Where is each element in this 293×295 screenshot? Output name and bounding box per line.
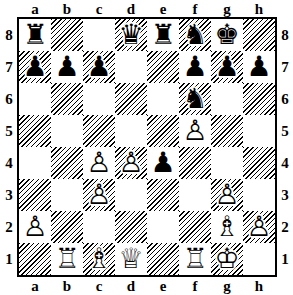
file-label-e: e [147,278,179,295]
file-label-b: b [51,1,83,18]
black-queen-d8[interactable]: ♛ [115,19,147,51]
square-h7[interactable]: ♟ [243,51,275,83]
square-b5[interactable] [51,115,83,147]
piece-white-outline: ♙ [118,147,143,179]
square-f8[interactable]: ♞ [179,19,211,51]
rank-label-1: 1 [1,243,17,275]
square-d3[interactable] [115,179,147,211]
file-label-f: f [179,278,211,295]
file-labels-bottom: abcdefgh [19,278,275,294]
rank-label-3: 3 [277,179,293,211]
square-d6[interactable] [115,83,147,115]
rank-label-2: 2 [1,211,17,243]
file-labels-top: abcdefgh [19,1,275,17]
white-pawn-c3[interactable]: ♟♙ [83,179,115,211]
square-h8[interactable] [243,19,275,51]
white-king-g1[interactable]: ♚♔ [211,243,243,275]
square-b1[interactable]: ♜♖ [51,243,83,275]
file-label-d: d [115,278,147,295]
square-d8[interactable]: ♛ [115,19,147,51]
square-f4[interactable] [179,147,211,179]
rank-labels-left: 87654321 [1,19,17,275]
rank-labels-right: 87654321 [277,19,293,275]
square-e7[interactable] [147,51,179,83]
white-pawn-f5[interactable]: ♟♙ [179,115,211,147]
rank-label-6: 6 [277,83,293,115]
file-label-c: c [83,278,115,295]
square-a2[interactable]: ♟♙ [19,211,51,243]
piece-white-outline: ♙ [86,147,111,179]
square-c8[interactable] [83,19,115,51]
white-bishop-g2[interactable]: ♝♗ [211,211,243,243]
file-label-h: h [243,1,275,18]
square-h3[interactable] [243,179,275,211]
square-d2[interactable] [115,211,147,243]
square-c4[interactable]: ♟♙ [83,147,115,179]
square-d7[interactable] [115,51,147,83]
square-g4[interactable] [211,147,243,179]
square-c5[interactable] [83,115,115,147]
square-g6[interactable] [211,83,243,115]
rank-label-2: 2 [277,211,293,243]
rank-label-3: 3 [1,179,17,211]
square-d1[interactable]: ♛♕ [115,243,147,275]
black-pawn-f7[interactable]: ♟ [179,51,211,83]
square-b6[interactable] [51,83,83,115]
black-rook-a8[interactable]: ♜ [19,19,51,51]
square-g1[interactable]: ♚♔ [211,243,243,275]
square-e6[interactable] [147,83,179,115]
black-king-g8[interactable]: ♚ [211,19,243,51]
piece-white-outline: ♙ [22,211,47,243]
file-label-d: d [115,1,147,18]
rank-label-7: 7 [1,51,17,83]
black-knight-f8[interactable]: ♞ [179,19,211,51]
square-c7[interactable]: ♟ [83,51,115,83]
square-c6[interactable] [83,83,115,115]
square-a4[interactable] [19,147,51,179]
black-pawn-e4[interactable]: ♟ [147,147,179,179]
black-pawn-a7[interactable]: ♟ [19,51,51,83]
black-pawn-h7[interactable]: ♟ [243,51,275,83]
square-d4[interactable]: ♟♙ [115,147,147,179]
square-b7[interactable]: ♟ [51,51,83,83]
square-f6[interactable]: ♞ [179,83,211,115]
piece-white-outline: ♙ [182,115,207,147]
square-b8[interactable] [51,19,83,51]
piece-white-outline: ♙ [246,211,271,243]
square-a6[interactable] [19,83,51,115]
file-label-h: h [243,278,275,295]
file-label-a: a [19,278,51,295]
square-b3[interactable] [51,179,83,211]
file-label-f: f [179,1,211,18]
chess-board: ♜♛♜♞♚♟♟♟♟♟♟♞♟♙♟♙♟♙♟♟♙♟♙♟♙♝♗♟♙♜♖♝♗♛♕♜♖♚♔ [17,17,277,277]
rank-label-5: 5 [277,115,293,147]
square-e8[interactable]: ♜ [147,19,179,51]
square-f1[interactable]: ♜♖ [179,243,211,275]
file-label-g: g [211,1,243,18]
square-c1[interactable]: ♝♗ [83,243,115,275]
square-f3[interactable] [179,179,211,211]
square-e2[interactable] [147,211,179,243]
square-e1[interactable] [147,243,179,275]
square-g5[interactable] [211,115,243,147]
white-pawn-g3[interactable]: ♟♙ [211,179,243,211]
white-bishop-c1[interactable]: ♝♗ [83,243,115,275]
black-pawn-g7[interactable]: ♟ [211,51,243,83]
square-f7[interactable]: ♟ [179,51,211,83]
square-c2[interactable] [83,211,115,243]
piece-white-outline: ♙ [214,179,239,211]
square-h4[interactable] [243,147,275,179]
black-rook-e8[interactable]: ♜ [147,19,179,51]
white-queen-d1[interactable]: ♛♕ [115,243,147,275]
white-pawn-d4[interactable]: ♟♙ [115,147,147,179]
square-g7[interactable]: ♟ [211,51,243,83]
piece-white-outline: ♔ [214,243,239,275]
rank-label-4: 4 [277,147,293,179]
white-pawn-a2[interactable]: ♟♙ [19,211,51,243]
white-pawn-c4[interactable]: ♟♙ [83,147,115,179]
square-h5[interactable] [243,115,275,147]
rank-label-6: 6 [1,83,17,115]
square-a1[interactable] [19,243,51,275]
square-f2[interactable] [179,211,211,243]
square-a7[interactable]: ♟ [19,51,51,83]
rank-label-8: 8 [277,19,293,51]
piece-white-outline: ♗ [86,243,111,275]
black-knight-f6[interactable]: ♞ [179,83,211,115]
file-label-g: g [211,278,243,295]
piece-white-outline: ♖ [182,243,207,275]
rank-label-8: 8 [1,19,17,51]
piece-white-outline: ♖ [54,243,79,275]
file-label-c: c [83,1,115,18]
piece-white-outline: ♙ [86,179,111,211]
chess-diagram: abcdefgh 87654321 ♜♛♜♞♚♟♟♟♟♟♟♞♟♙♟♙♟♙♟♟♙♟… [0,0,293,295]
rank-label-1: 1 [277,243,293,275]
square-h2[interactable]: ♟♙ [243,211,275,243]
white-rook-b1[interactable]: ♜♖ [51,243,83,275]
black-pawn-c7[interactable]: ♟ [83,51,115,83]
square-c3[interactable]: ♟♙ [83,179,115,211]
square-g2[interactable]: ♝♗ [211,211,243,243]
file-label-b: b [51,278,83,295]
square-h6[interactable] [243,83,275,115]
square-a8[interactable]: ♜ [19,19,51,51]
square-e3[interactable] [147,179,179,211]
rank-label-4: 4 [1,147,17,179]
white-pawn-h2[interactable]: ♟♙ [243,211,275,243]
piece-white-outline: ♗ [214,211,239,243]
square-a5[interactable] [19,115,51,147]
file-label-a: a [19,1,51,18]
square-f5[interactable]: ♟♙ [179,115,211,147]
rank-label-5: 5 [1,115,17,147]
square-g8[interactable]: ♚ [211,19,243,51]
rank-label-7: 7 [277,51,293,83]
white-rook-f1[interactable]: ♜♖ [179,243,211,275]
file-label-e: e [147,1,179,18]
square-e4[interactable]: ♟ [147,147,179,179]
square-g3[interactable]: ♟♙ [211,179,243,211]
black-pawn-b7[interactable]: ♟ [51,51,83,83]
piece-white-outline: ♕ [118,243,143,275]
square-e5[interactable] [147,115,179,147]
square-a3[interactable] [19,179,51,211]
square-b4[interactable] [51,147,83,179]
square-b2[interactable] [51,211,83,243]
square-h1[interactable] [243,243,275,275]
square-d5[interactable] [115,115,147,147]
